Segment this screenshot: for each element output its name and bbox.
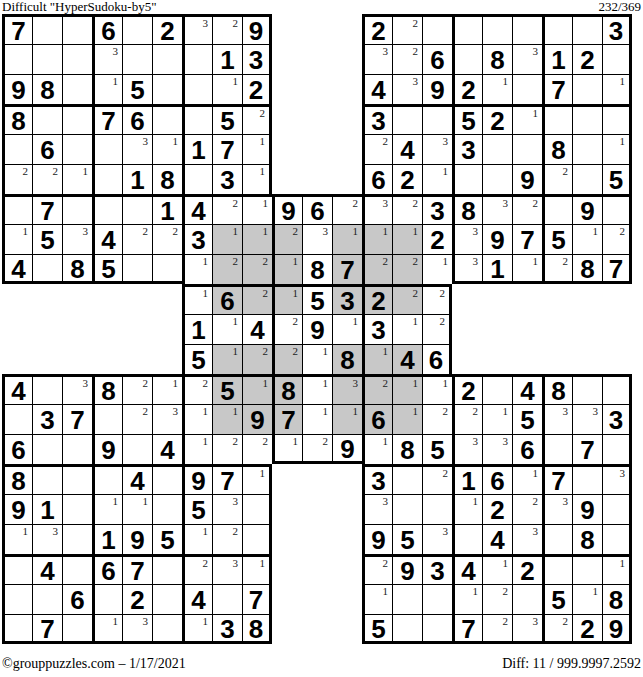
cell-r18c20: 8: [572, 524, 602, 554]
cell-r10c8: 6: [212, 284, 242, 314]
cell-r1c8: 2: [212, 14, 242, 44]
cell-r12c10: 2: [272, 344, 302, 374]
given-digit: 3: [423, 557, 452, 584]
cell-r11c17: [482, 314, 512, 344]
cell-r4c16: 5: [452, 104, 482, 134]
pencil-mark: 2: [53, 166, 59, 177]
pencil-mark: 3: [143, 136, 149, 147]
given-digit: 1: [483, 255, 512, 281]
cell-r18c13: 9: [362, 524, 392, 554]
cell-r21c3: [62, 614, 92, 644]
cell-r18c17: 4: [482, 524, 512, 554]
cell-r20c21: 8: [602, 584, 632, 614]
cell-r7c14: 2: [392, 194, 422, 224]
pencil-mark: 2: [293, 346, 299, 357]
cell-r20c16: 1: [452, 584, 482, 614]
cell-r13c8: 5: [212, 374, 242, 404]
cell-r6c2: 2: [32, 164, 62, 194]
cell-r16c1: 8: [2, 464, 32, 494]
given-digit: 8: [573, 525, 602, 554]
cell-r3c14: 3: [392, 74, 422, 104]
cell-r6c11: [302, 164, 332, 194]
cell-r17c14: [392, 494, 422, 524]
cell-r15c20: 7: [572, 434, 602, 464]
given-digit: 2: [573, 615, 602, 641]
cell-r15c2: [32, 434, 62, 464]
cell-r18c8: 2: [212, 524, 242, 554]
cell-r5c4: [92, 134, 122, 164]
cell-r16c2: [32, 464, 62, 494]
pencil-mark: 2: [503, 616, 509, 627]
given-digit: 9: [5, 75, 32, 104]
pencil-mark: 2: [413, 288, 419, 299]
cell-r16c20: [572, 464, 602, 494]
cell-r11c9: 4: [242, 314, 272, 344]
cell-r4c3: [62, 104, 92, 134]
given-digit: 5: [365, 615, 392, 641]
pencil-mark: 3: [533, 526, 539, 537]
cell-r13c10: 8: [272, 374, 302, 404]
cell-r1c11: [302, 14, 332, 44]
given-digit: 7: [33, 197, 62, 224]
cell-r17c21: [602, 494, 632, 524]
cell-r4c13: 3: [362, 104, 392, 134]
cell-r8c11: 3: [302, 224, 332, 254]
pencil-mark: 2: [413, 256, 419, 267]
cell-r14c19: 3: [542, 404, 572, 434]
given-digit: 9: [483, 225, 512, 254]
cell-r15c19: [542, 434, 572, 464]
cell-r2c20: 2: [572, 44, 602, 74]
cell-r7c3: [62, 194, 92, 224]
cell-r21c21: 9: [602, 614, 632, 644]
pencil-mark: 1: [203, 406, 209, 417]
cell-r7c16: 8: [452, 194, 482, 224]
cell-r4c7: [182, 104, 212, 134]
cell-r10c7: 1: [182, 284, 212, 314]
cell-r1c13: 2: [362, 14, 392, 44]
given-digit: 8: [5, 107, 32, 134]
pencil-mark: 1: [260, 136, 266, 147]
pencil-mark: 1: [353, 316, 359, 327]
cell-r7c8: 2: [212, 194, 242, 224]
cell-r5c17: [482, 134, 512, 164]
given-digit: 5: [455, 107, 482, 134]
cell-r14c16: 2: [452, 404, 482, 434]
cell-r5c2: 6: [32, 134, 62, 164]
cell-r16c14: [392, 464, 422, 494]
cell-r8c1: 1: [2, 224, 32, 254]
cell-r1c4: 6: [92, 14, 122, 44]
given-digit: 4: [393, 345, 422, 374]
cell-r15c8: 2: [212, 434, 242, 464]
given-digit: 3: [423, 197, 452, 224]
cell-r12c1: [2, 344, 32, 374]
cell-r13c9: 1: [242, 374, 272, 404]
given-digit: 2: [153, 17, 182, 44]
given-digit: 9: [185, 467, 212, 494]
given-digit: 5: [33, 225, 62, 254]
cell-r1c6: 2: [152, 14, 182, 44]
given-digit: 9: [303, 315, 332, 344]
given-digit: 9: [573, 197, 602, 224]
cell-r21c9: 8: [242, 614, 272, 644]
cell-r4c5: 6: [122, 104, 152, 134]
given-digit: 2: [483, 495, 512, 524]
given-digit: 8: [545, 377, 572, 404]
cell-r3c5: 5: [122, 74, 152, 104]
cell-r19c3: [62, 554, 92, 584]
cell-r16c8: 7: [212, 464, 242, 494]
pencil-mark: 1: [620, 558, 626, 569]
cell-r12c14: 4: [392, 344, 422, 374]
given-digit: 2: [365, 17, 392, 44]
pencil-mark: 2: [233, 436, 239, 447]
cell-r10c3: [62, 284, 92, 314]
cell-r15c6: 4: [152, 434, 182, 464]
pencil-mark: 1: [533, 256, 539, 267]
cell-r7c18: 2: [512, 194, 542, 224]
cell-r3c11: [302, 74, 332, 104]
cell-r19c14: 9: [392, 554, 422, 584]
cell-r5c21: 1: [602, 134, 632, 164]
cell-r18c21: [602, 524, 632, 554]
pencil-mark: 1: [263, 198, 269, 209]
cell-r13c16: 2: [452, 374, 482, 404]
cell-r6c16: [452, 164, 482, 194]
cell-r5c8: 7: [212, 134, 242, 164]
cell-r3c18: [512, 74, 542, 104]
cell-r20c13: 1: [362, 584, 392, 614]
given-digit: 4: [483, 525, 512, 554]
cell-r7c5: [122, 194, 152, 224]
given-digit: 7: [275, 405, 302, 434]
pencil-mark: 1: [443, 378, 449, 389]
cell-r17c2: 1: [32, 494, 62, 524]
pencil-mark: 2: [563, 166, 569, 177]
pencil-mark: 1: [620, 76, 626, 87]
pencil-mark: 3: [593, 406, 599, 417]
cell-r4c11: [302, 104, 332, 134]
cell-r16c4: [92, 464, 122, 494]
cell-r1c7: 3: [182, 14, 212, 44]
cell-r11c13: 3: [362, 314, 392, 344]
cell-r19c6: [152, 554, 182, 584]
given-digit: 7: [33, 615, 62, 641]
cell-r21c10: [272, 614, 302, 644]
cell-r8c19: 5: [542, 224, 572, 254]
given-digit: 7: [513, 225, 542, 254]
pencil-mark: 1: [23, 526, 29, 537]
given-digit: 5: [513, 405, 542, 434]
pencil-mark: 1: [293, 436, 299, 447]
given-digit: 4: [455, 557, 482, 584]
cell-r13c6: 1: [152, 374, 182, 404]
cell-r15c5: [122, 434, 152, 464]
pencil-mark: 1: [23, 226, 29, 237]
given-digit: 3: [455, 135, 482, 164]
cell-r13c18: 4: [512, 374, 542, 404]
given-digit: 7: [213, 135, 242, 164]
cell-r6c18: 9: [512, 164, 542, 194]
cell-r9c4: 5: [92, 254, 122, 284]
cell-r19c10: [272, 554, 302, 584]
cell-r5c7: 1: [182, 134, 212, 164]
cell-r6c12: [332, 164, 362, 194]
cell-r9c7: 1: [182, 254, 212, 284]
given-digit: 8: [545, 135, 572, 164]
given-digit: 9: [243, 17, 269, 44]
cell-r10c12: 3: [332, 284, 362, 314]
pencil-mark: 1: [260, 558, 266, 569]
pencil-mark: 3: [353, 378, 359, 389]
given-digit: 4: [5, 255, 32, 281]
cell-r4c17: 2: [482, 104, 512, 134]
cell-r16c7: 9: [182, 464, 212, 494]
pencil-mark: 1: [203, 288, 209, 299]
pencil-mark: 1: [203, 436, 209, 447]
cell-r5c3: [62, 134, 92, 164]
pencil-mark: 3: [443, 136, 449, 147]
pencil-mark: 3: [233, 558, 239, 569]
cell-r3c1: 9: [2, 74, 32, 104]
pencil-mark: 1: [353, 226, 359, 237]
given-digit: 6: [483, 467, 512, 494]
cell-r19c19: [542, 554, 572, 584]
cell-r11c10: 2: [272, 314, 302, 344]
cell-r11c14: 1: [392, 314, 422, 344]
cell-r3c3: [62, 74, 92, 104]
pencil-mark: 2: [383, 256, 389, 267]
pencil-mark: 2: [353, 198, 359, 209]
cell-r6c10: [272, 164, 302, 194]
cell-r5c12: [332, 134, 362, 164]
pencil-mark: 2: [23, 166, 29, 177]
cell-r9c19: 2: [542, 254, 572, 284]
cell-r15c10: 1: [272, 434, 302, 464]
cell-r2c4: 3: [92, 44, 122, 74]
pencil-mark: 3: [503, 198, 509, 209]
difficulty-text: Diff: 11 / 999.9997.2592: [502, 656, 641, 672]
cell-r18c2: 3: [32, 524, 62, 554]
cell-r11c19: [542, 314, 572, 344]
cell-r2c16: [452, 44, 482, 74]
cell-r6c19: 2: [542, 164, 572, 194]
cell-r19c17: 1: [482, 554, 512, 584]
pencil-mark: 1: [323, 346, 329, 357]
given-digit: 7: [545, 75, 572, 104]
pencil-mark: 3: [143, 616, 149, 627]
cell-r3c13: 4: [362, 74, 392, 104]
cell-r8c5: 2: [122, 224, 152, 254]
given-digit: 5: [393, 525, 422, 554]
cell-r16c19: 7: [542, 464, 572, 494]
cell-r5c14: 4: [392, 134, 422, 164]
pencil-mark: 2: [440, 316, 446, 327]
given-digit: 1: [213, 45, 242, 74]
cell-r14c5: 2: [122, 404, 152, 434]
pencil-mark: 2: [263, 288, 269, 299]
cell-r13c19: 8: [542, 374, 572, 404]
pencil-mark: 3: [233, 496, 239, 507]
cell-r8c21: 2: [602, 224, 632, 254]
cell-r20c18: [512, 584, 542, 614]
given-digit: 5: [123, 75, 152, 104]
cell-r3c17: 1: [482, 74, 512, 104]
cell-r14c12: 1: [332, 404, 362, 434]
cell-r8c17: 9: [482, 224, 512, 254]
cell-r18c4: 1: [92, 524, 122, 554]
pencil-mark: 2: [233, 256, 239, 267]
given-digit: 1: [153, 197, 182, 224]
cell-r20c6: [152, 584, 182, 614]
given-digit: 6: [423, 345, 449, 374]
given-digit: 5: [153, 525, 182, 554]
given-digit: 3: [365, 315, 392, 344]
cell-r4c21: [602, 104, 632, 134]
cell-r16c5: 4: [122, 464, 152, 494]
cell-r13c13: 2: [362, 374, 392, 404]
given-digit: 9: [365, 525, 392, 554]
cell-r17c1: 9: [2, 494, 32, 524]
cell-r18c1: 1: [2, 524, 32, 554]
cell-r17c13: 3: [362, 494, 392, 524]
cell-r14c15: 2: [422, 404, 452, 434]
cell-r2c2: [32, 44, 62, 74]
pencil-mark: 1: [620, 136, 626, 147]
pencil-mark: 1: [173, 136, 179, 147]
cell-r13c12: 3: [332, 374, 362, 404]
pencil-mark: 2: [503, 586, 509, 597]
given-digit: 1: [33, 495, 62, 524]
cell-r11c5: [122, 314, 152, 344]
pencil-mark: 2: [263, 436, 269, 447]
cell-r10c5: [122, 284, 152, 314]
given-digit: 8: [243, 615, 269, 641]
given-digit: 6: [95, 17, 122, 44]
given-digit: 7: [455, 615, 482, 641]
given-digit: 4: [243, 315, 272, 344]
cell-r12c16: [452, 344, 482, 374]
cell-r12c8: 1: [212, 344, 242, 374]
cell-r14c2: 3: [32, 404, 62, 434]
cell-r18c12: [332, 524, 362, 554]
pencil-mark: 3: [203, 18, 209, 29]
cell-r12c9: 2: [242, 344, 272, 374]
given-digit: 1: [123, 165, 152, 194]
cell-r13c20: [572, 374, 602, 404]
cell-r13c11: 1: [302, 374, 332, 404]
pencil-mark: 2: [413, 46, 419, 57]
cell-r15c11: 2: [302, 434, 332, 464]
cell-r10c18: [512, 284, 542, 314]
given-digit: 2: [573, 45, 602, 74]
cell-r6c21: 5: [602, 164, 632, 194]
cell-r11c7: 1: [182, 314, 212, 344]
cell-r19c5: 7: [122, 554, 152, 584]
cell-r20c10: [272, 584, 302, 614]
given-digit: 7: [545, 467, 572, 494]
pencil-mark: 1: [383, 226, 389, 237]
cell-r13c4: 8: [92, 374, 122, 404]
given-digit: 8: [303, 255, 332, 284]
cell-r17c4: 1: [92, 494, 122, 524]
cell-r19c7: 2: [182, 554, 212, 584]
given-digit: 9: [573, 495, 602, 524]
cell-r9c13: 2: [362, 254, 392, 284]
cell-r13c7: 2: [182, 374, 212, 404]
cell-r2c10: [272, 44, 302, 74]
pencil-mark: 1: [293, 288, 299, 299]
cell-r19c20: [572, 554, 602, 584]
cell-r1c5: [122, 14, 152, 44]
given-digit: 7: [243, 585, 269, 614]
cell-r6c15: 1: [422, 164, 452, 194]
cell-r17c7: 5: [182, 494, 212, 524]
cell-r8c4: 4: [92, 224, 122, 254]
cell-r21c7: 1: [182, 614, 212, 644]
cell-r10c11: 5: [302, 284, 332, 314]
given-digit: 7: [213, 467, 242, 494]
cell-r4c2: [32, 104, 62, 134]
pencil-mark: 1: [173, 378, 179, 389]
cell-r17c3: [62, 494, 92, 524]
pencil-mark: 1: [83, 166, 89, 177]
cell-r17c18: 2: [512, 494, 542, 524]
given-digit: 6: [423, 45, 452, 74]
cell-r10c17: [482, 284, 512, 314]
cell-r15c17: 3: [482, 434, 512, 464]
pencil-mark: 2: [203, 558, 209, 569]
cell-r4c19: [542, 104, 572, 134]
given-digit: 9: [243, 405, 272, 434]
cell-r5c6: 1: [152, 134, 182, 164]
cell-r5c16: 3: [452, 134, 482, 164]
given-digit: 8: [95, 377, 122, 404]
cell-r8c12: 1: [332, 224, 362, 254]
given-digit: 6: [213, 287, 242, 314]
cell-r11c20: [572, 314, 602, 344]
cell-r8c9: 1: [242, 224, 272, 254]
pencil-mark: 1: [113, 496, 119, 507]
given-digit: 6: [303, 197, 332, 224]
pencil-mark: 3: [83, 378, 89, 389]
cell-r4c14: [392, 104, 422, 134]
pencil-mark: 2: [233, 526, 239, 537]
cell-r5c10: [272, 134, 302, 164]
pencil-mark: 1: [323, 378, 329, 389]
cell-r21c2: 7: [32, 614, 62, 644]
given-digit: 9: [333, 435, 362, 461]
cell-r2c1: [2, 44, 32, 74]
cell-r10c19: [542, 284, 572, 314]
given-digit: 9: [603, 615, 629, 641]
cell-r14c8: 1: [212, 404, 242, 434]
pencil-mark: 2: [263, 346, 269, 357]
cell-r21c12: [332, 614, 362, 644]
cell-r3c15: 9: [422, 74, 452, 104]
cell-r16c11: [302, 464, 332, 494]
cell-r15c18: 6: [512, 434, 542, 464]
given-digit: 6: [365, 405, 392, 434]
given-digit: 7: [603, 255, 629, 281]
pencil-mark: 1: [593, 226, 599, 237]
cell-r9c18: 1: [512, 254, 542, 284]
cell-r18c6: 5: [152, 524, 182, 554]
cell-r14c20: 3: [572, 404, 602, 434]
cell-r11c1: [2, 314, 32, 344]
given-digit: 9: [423, 75, 452, 104]
